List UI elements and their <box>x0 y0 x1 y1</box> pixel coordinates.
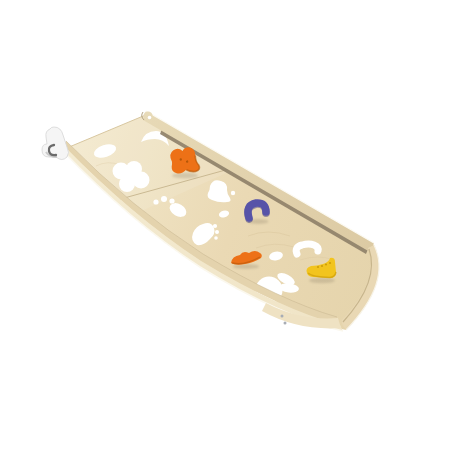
wall-hook <box>42 127 69 160</box>
climbing-ramp-scene <box>0 0 450 450</box>
product-photo <box>0 0 450 450</box>
screw-icon <box>284 322 287 325</box>
screw-icon <box>281 315 284 318</box>
